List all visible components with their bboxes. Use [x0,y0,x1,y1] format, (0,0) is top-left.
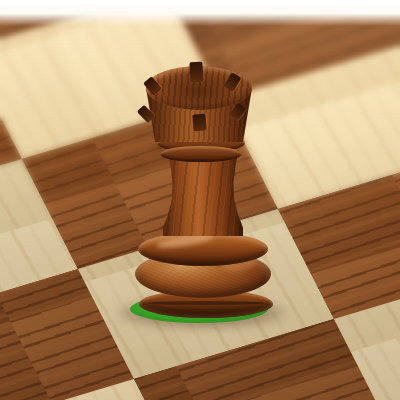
neck-ring-lower [160,146,242,162]
crenellation-notch [192,113,206,131]
base-disc-groove [148,301,264,305]
product-photo: ♜ [0,0,400,400]
rook-piece: ♜ [130,54,282,334]
crenellation-notch [189,62,203,83]
stem [163,150,243,236]
